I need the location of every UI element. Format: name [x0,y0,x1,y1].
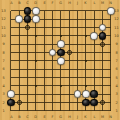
star-point [85,60,87,62]
intersection-H11[interactable] [65,23,73,31]
star-point [60,85,62,87]
intersection-L5[interactable] [90,73,98,81]
intersection-J8[interactable] [73,48,81,56]
intersection-B8[interactable] [15,48,23,56]
intersection-A5[interactable] [7,73,15,81]
intersection-E2[interactable] [40,98,48,106]
intersection-M3[interactable] [98,90,106,98]
intersection-C12[interactable] [23,15,31,23]
row-label-left-9: 9 [0,43,5,46]
intersection-J10[interactable] [73,32,81,40]
circle-marker-C11 [25,25,30,30]
intersection-E7[interactable] [40,57,48,65]
col-label-bottom-L: L [92,115,97,118]
intersection-G3[interactable] [57,90,65,98]
intersection-B2[interactable] [15,98,23,106]
black-stone-L3 [90,90,98,98]
white-stone-M11 [99,24,107,32]
row-label-left-10: 10 [0,34,5,37]
intersection-G10[interactable] [57,32,65,40]
intersection-H12[interactable] [65,15,73,23]
col-label-bottom-C: C [25,115,30,118]
intersection-C2[interactable] [23,98,31,106]
intersection-M9[interactable] [98,40,106,48]
intersection-C9[interactable] [23,40,31,48]
intersection-G9[interactable] [57,40,65,48]
intersection-D11[interactable] [32,23,40,31]
col-label-bottom-G: G [58,115,63,118]
intersection-A10[interactable] [7,32,15,40]
intersection-F9[interactable] [48,40,56,48]
black-stone-L2 [90,99,98,107]
intersection-G7[interactable] [57,57,65,65]
intersection-H3[interactable] [65,90,73,98]
white-stone-F8 [49,49,57,57]
col-label-top-N: N [108,1,113,4]
intersection-F3[interactable] [48,90,56,98]
intersection-M5[interactable] [98,73,106,81]
intersection-J3[interactable] [73,90,81,98]
intersection-F6[interactable] [48,65,56,73]
intersection-K9[interactable] [82,40,90,48]
intersection-C10[interactable] [23,32,31,40]
intersection-G12[interactable] [57,15,65,23]
circle-marker-H8 [67,50,72,55]
intersection-C5[interactable] [23,73,31,81]
go-board [0,0,120,120]
black-stone-C12 [24,15,32,23]
white-stone-D13 [32,7,40,15]
intersection-B5[interactable] [15,73,23,81]
intersection-L7[interactable] [90,57,98,65]
intersection-M13[interactable] [98,7,106,15]
intersection-E4[interactable] [40,82,48,90]
intersection-A12[interactable] [7,15,15,23]
black-stone-K2 [82,99,90,107]
white-stone-J3 [74,90,82,98]
intersection-B12[interactable] [15,15,23,23]
intersection-K13[interactable] [82,7,90,15]
col-label-top-K: K [83,1,88,4]
intersection-M2[interactable] [98,98,106,106]
intersection-G11[interactable] [57,23,65,31]
intersection-K2[interactable] [82,98,90,106]
intersection-M10[interactable] [98,32,106,40]
intersection-A9[interactable] [7,40,15,48]
intersection-F4[interactable] [48,82,56,90]
go-grid [7,7,115,115]
intersection-A3[interactable] [7,90,15,98]
intersection-A7[interactable] [7,57,15,65]
intersection-M7[interactable] [98,57,106,65]
col-label-top-J: J [75,1,80,4]
col-label-bottom-N: N [108,115,113,118]
row-label-left-4: 4 [0,84,5,87]
intersection-M6[interactable] [98,65,106,73]
intersection-A2[interactable] [7,98,15,106]
row-label-right-6: 6 [114,68,119,71]
intersection-D10[interactable] [32,32,40,40]
intersection-F2[interactable] [48,98,56,106]
col-label-top-M: M [100,1,105,4]
black-stone-A2 [7,99,15,107]
intersection-D9[interactable] [32,40,40,48]
intersection-A11[interactable] [7,23,15,31]
intersection-E13[interactable] [40,7,48,15]
intersection-F5[interactable] [48,73,56,81]
white-stone-D12 [32,15,40,23]
row-label-right-13: 13 [114,9,119,12]
col-label-top-E: E [42,1,47,4]
intersection-F7[interactable] [48,57,56,65]
intersection-C13[interactable] [23,7,31,15]
black-stone-G8 [57,49,65,57]
white-stone-L10 [90,32,98,40]
col-label-top-F: F [50,1,55,4]
intersection-J5[interactable] [73,73,81,81]
intersection-F11[interactable] [48,23,56,31]
intersection-H7[interactable] [65,57,73,65]
black-stone-C13 [24,7,32,15]
intersection-D13[interactable] [32,7,40,15]
col-label-top-A: A [8,1,13,4]
intersection-D8[interactable] [32,48,40,56]
intersection-D4[interactable] [32,82,40,90]
col-label-top-B: B [17,1,22,4]
intersection-E8[interactable] [40,48,48,56]
intersection-L4[interactable] [90,82,98,90]
row-label-right-2: 2 [114,101,119,104]
star-point [35,60,37,62]
intersection-L12[interactable] [90,15,98,23]
intersection-F13[interactable] [48,7,56,15]
intersection-H10[interactable] [65,32,73,40]
intersection-C8[interactable] [23,48,31,56]
intersection-K8[interactable] [82,48,90,56]
intersection-J9[interactable] [73,40,81,48]
intersection-J2[interactable] [73,98,81,106]
row-label-right-8: 8 [114,51,119,54]
star-point [35,85,37,87]
intersection-G5[interactable] [57,73,65,81]
intersection-E11[interactable] [40,23,48,31]
intersection-B3[interactable] [15,90,23,98]
white-stone-A3 [7,90,15,98]
star-point [35,35,37,37]
black-stone-M10 [99,32,107,40]
col-label-bottom-M: M [100,115,105,118]
intersection-K3[interactable] [82,90,90,98]
row-label-left-8: 8 [0,51,5,54]
intersection-K4[interactable] [82,82,90,90]
circle-marker-M9 [100,42,105,47]
intersection-H8[interactable] [65,48,73,56]
intersection-H5[interactable] [65,73,73,81]
intersection-G13[interactable] [57,7,65,15]
row-label-left-7: 7 [0,59,5,62]
intersection-D7[interactable] [32,57,40,65]
intersection-F8[interactable] [48,48,56,56]
row-label-right-7: 7 [114,59,119,62]
intersection-C11[interactable] [23,23,31,31]
row-label-right-10: 10 [114,34,119,37]
intersection-B13[interactable] [15,7,23,15]
intersection-D6[interactable] [32,65,40,73]
intersection-K10[interactable] [82,32,90,40]
intersection-F12[interactable] [48,15,56,23]
row-label-right-9: 9 [114,43,119,46]
row-label-right-1: 1 [114,109,119,112]
intersection-K6[interactable] [82,65,90,73]
intersection-E3[interactable] [40,90,48,98]
intersection-E6[interactable] [40,65,48,73]
intersection-M12[interactable] [98,15,106,23]
intersection-J4[interactable] [73,82,81,90]
intersection-C7[interactable] [23,57,31,65]
row-label-left-5: 5 [0,76,5,79]
white-stone-N13 [107,7,115,15]
intersection-E12[interactable] [40,15,48,23]
intersection-M11[interactable] [98,23,106,31]
row-label-left-2: 2 [0,101,5,104]
white-stone-G7 [57,57,65,65]
intersection-D5[interactable] [32,73,40,81]
col-label-bottom-E: E [42,115,47,118]
row-label-right-12: 12 [114,18,119,21]
intersection-J6[interactable] [73,65,81,73]
intersection-L11[interactable] [90,23,98,31]
intersection-J12[interactable] [73,15,81,23]
row-label-right-3: 3 [114,93,119,96]
intersection-K12[interactable] [82,15,90,23]
intersection-C4[interactable] [23,82,31,90]
intersection-K11[interactable] [82,23,90,31]
col-label-bottom-D: D [33,115,38,118]
intersection-N13[interactable] [107,7,115,15]
row-label-left-6: 6 [0,68,5,71]
intersection-J7[interactable] [73,57,81,65]
intersection-A4[interactable] [7,82,15,90]
intersection-G4[interactable] [57,82,65,90]
intersection-K7[interactable] [82,57,90,65]
col-label-bottom-K: K [83,115,88,118]
intersection-L3[interactable] [90,90,98,98]
intersection-J13[interactable] [73,7,81,15]
intersection-E9[interactable] [40,40,48,48]
intersection-B11[interactable] [15,23,23,31]
star-point [85,35,87,37]
intersection-A8[interactable] [7,48,15,56]
row-label-left-11: 11 [0,26,5,29]
intersection-H6[interactable] [65,65,73,73]
circle-marker-B2 [17,100,22,105]
col-label-bottom-J: J [75,115,80,118]
intersection-L2[interactable] [90,98,98,106]
intersection-A6[interactable] [7,65,15,73]
col-label-bottom-F: F [50,115,55,118]
row-label-right-5: 5 [114,76,119,79]
intersection-H9[interactable] [65,40,73,48]
intersection-D12[interactable] [32,15,40,23]
intersection-A13[interactable] [7,7,15,15]
intersection-B7[interactable] [15,57,23,65]
col-label-bottom-A: A [8,115,13,118]
intersection-B6[interactable] [15,65,23,73]
col-label-top-L: L [92,1,97,4]
screenshot-stage: AABBCCDDEEFFGGHHJJKKLLMMNN13131212111110… [0,0,120,120]
intersection-F10[interactable] [48,32,56,40]
intersection-C3[interactable] [23,90,31,98]
col-label-top-C: C [25,1,30,4]
col-label-top-H: H [67,1,72,4]
intersection-E5[interactable] [40,73,48,81]
intersection-B9[interactable] [15,40,23,48]
row-label-right-4: 4 [114,84,119,87]
intersection-J11[interactable] [73,23,81,31]
intersection-G6[interactable] [57,65,65,73]
star-point [60,35,62,37]
intersection-D2[interactable] [32,98,40,106]
intersection-G8[interactable] [57,48,65,56]
row-label-left-1: 1 [0,109,5,112]
intersection-L6[interactable] [90,65,98,73]
intersection-D3[interactable] [32,90,40,98]
intersection-E10[interactable] [40,32,48,40]
intersection-L13[interactable] [90,7,98,15]
intersection-G2[interactable] [57,98,65,106]
intersection-L9[interactable] [90,40,98,48]
row-label-left-3: 3 [0,93,5,96]
intersection-K5[interactable] [82,73,90,81]
intersection-L8[interactable] [90,48,98,56]
white-stone-B12 [15,15,23,23]
col-label-top-G: G [58,1,63,4]
intersection-M8[interactable] [98,48,106,56]
col-label-bottom-H: H [67,115,72,118]
intersection-H2[interactable] [65,98,73,106]
white-stone-G9 [57,40,65,48]
intersection-B10[interactable] [15,32,23,40]
intersection-L10[interactable] [90,32,98,40]
row-label-left-13: 13 [0,9,5,12]
row-label-left-12: 12 [0,18,5,21]
white-stone-K3 [82,90,90,98]
star-point [85,85,87,87]
circle-marker-M2 [100,100,105,105]
col-label-bottom-B: B [17,115,22,118]
intersection-H13[interactable] [65,7,73,15]
row-label-right-11: 11 [114,26,119,29]
intersection-B4[interactable] [15,82,23,90]
intersection-C6[interactable] [23,65,31,73]
col-label-top-D: D [33,1,38,4]
intersection-M4[interactable] [98,82,106,90]
intersection-H4[interactable] [65,82,73,90]
